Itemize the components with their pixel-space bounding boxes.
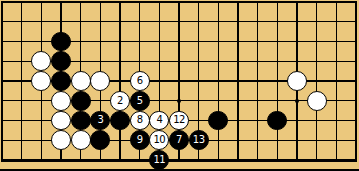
move-number-label: 5 <box>137 95 143 105</box>
stone-white[interactable] <box>51 111 71 131</box>
image-bottom-border <box>0 169 359 171</box>
go-diagram: 6253841291071311 <box>0 0 359 171</box>
stone-white[interactable] <box>71 71 91 91</box>
stone-black-5[interactable]: 5 <box>130 91 150 111</box>
move-number-label: 2 <box>117 95 123 105</box>
star-point <box>177 99 181 103</box>
star-point <box>295 99 299 103</box>
stone-white-10[interactable]: 10 <box>149 130 169 150</box>
move-number-label: 13 <box>193 135 205 145</box>
stone-black[interactable] <box>71 91 91 111</box>
move-number-label: 6 <box>137 75 143 85</box>
stone-black-3[interactable]: 3 <box>90 111 110 131</box>
stone-white-8[interactable]: 8 <box>130 111 150 131</box>
stone-white[interactable] <box>31 51 51 71</box>
stone-black[interactable] <box>267 111 287 131</box>
stone-white-12[interactable]: 12 <box>169 111 189 131</box>
move-number-label: 7 <box>176 135 182 145</box>
stone-white-4[interactable]: 4 <box>149 111 169 131</box>
stone-black-7[interactable]: 7 <box>169 130 189 150</box>
move-number-label: 3 <box>97 115 103 125</box>
stone-white-2[interactable]: 2 <box>110 91 130 111</box>
stone-black[interactable] <box>51 51 71 71</box>
stone-black[interactable] <box>51 71 71 91</box>
stone-black[interactable] <box>71 111 91 131</box>
move-number-label: 9 <box>137 135 143 145</box>
stone-white[interactable] <box>287 71 307 91</box>
stone-white[interactable] <box>51 130 71 150</box>
move-number-label: 10 <box>153 135 165 145</box>
grid-line-horizontal <box>1 1 358 2</box>
stone-black[interactable] <box>110 111 130 131</box>
stone-black-11[interactable]: 11 <box>149 150 169 170</box>
board-bottom-edge <box>1 159 358 162</box>
stone-white[interactable] <box>90 71 110 91</box>
stone-white[interactable] <box>71 130 91 150</box>
stone-white-6[interactable]: 6 <box>130 71 150 91</box>
stone-white[interactable] <box>31 71 51 91</box>
stone-white[interactable] <box>51 91 71 111</box>
stone-black-13[interactable]: 13 <box>189 130 209 150</box>
stone-white[interactable] <box>307 91 327 111</box>
move-number-label: 8 <box>137 115 143 125</box>
move-number-label: 12 <box>173 115 185 125</box>
stone-black[interactable] <box>90 130 110 150</box>
stone-black[interactable] <box>51 32 71 52</box>
grid-line-horizontal <box>1 21 358 22</box>
move-number-label: 4 <box>156 115 162 125</box>
move-number-label: 11 <box>153 154 165 164</box>
stone-black-9[interactable]: 9 <box>130 130 150 150</box>
go-board[interactable]: 6253841291071311 <box>0 0 359 171</box>
stone-black[interactable] <box>208 111 228 131</box>
